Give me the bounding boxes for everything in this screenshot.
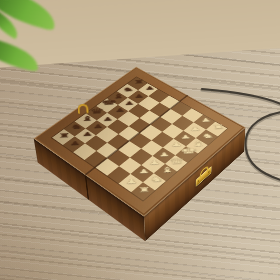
black-knight-b8: ♞ <box>70 123 83 129</box>
black-rook-h8: ♜ <box>133 79 144 84</box>
chess-board: ♜♞♝♛♚♝♞♜♟♟♟♟♟♟♟♟♟♟♟♟♟♟♟♟♜♞♝♛♚♝♞♜ <box>34 67 246 217</box>
black-pawn-f7: ♟ <box>124 100 135 105</box>
brass-latch-loop <box>77 104 88 114</box>
white-pawn-h2: ♟ <box>200 118 212 124</box>
photo-of-travel-chess-set: ♜♞♝♛♚♝♞♜♟♟♟♟♟♟♟♟♟♟♟♟♟♟♟♟♜♞♝♛♚♝♞♜ <box>0 0 280 280</box>
black-pawn-h7: ♟ <box>144 86 155 91</box>
folding-chess-box: ♜♞♝♛♚♝♞♜♟♟♟♟♟♟♟♟♟♟♟♟♟♟♟♟♜♞♝♛♚♝♞♜ <box>34 67 246 217</box>
black-king-e8: ♚ <box>101 98 118 106</box>
black-pawn-c7: ♟ <box>92 124 103 130</box>
white-rook-h1: ♜ <box>212 124 225 130</box>
black-bishop-c8: ♝ <box>80 115 94 122</box>
black-pawn-b7: ♟ <box>82 131 93 137</box>
black-pawn-d7: ♟ <box>102 116 113 121</box>
black-pawn-e7: ♟ <box>114 108 125 113</box>
chess-box-scene: ♜♞♝♛♚♝♞♜♟♟♟♟♟♟♟♟♟♟♟♟♟♟♟♟♜♞♝♛♚♝♞♜ <box>0 0 280 280</box>
black-pawn-g7: ♟ <box>133 94 144 99</box>
fold-seam-side <box>85 175 89 200</box>
brass-clasp <box>196 166 212 187</box>
